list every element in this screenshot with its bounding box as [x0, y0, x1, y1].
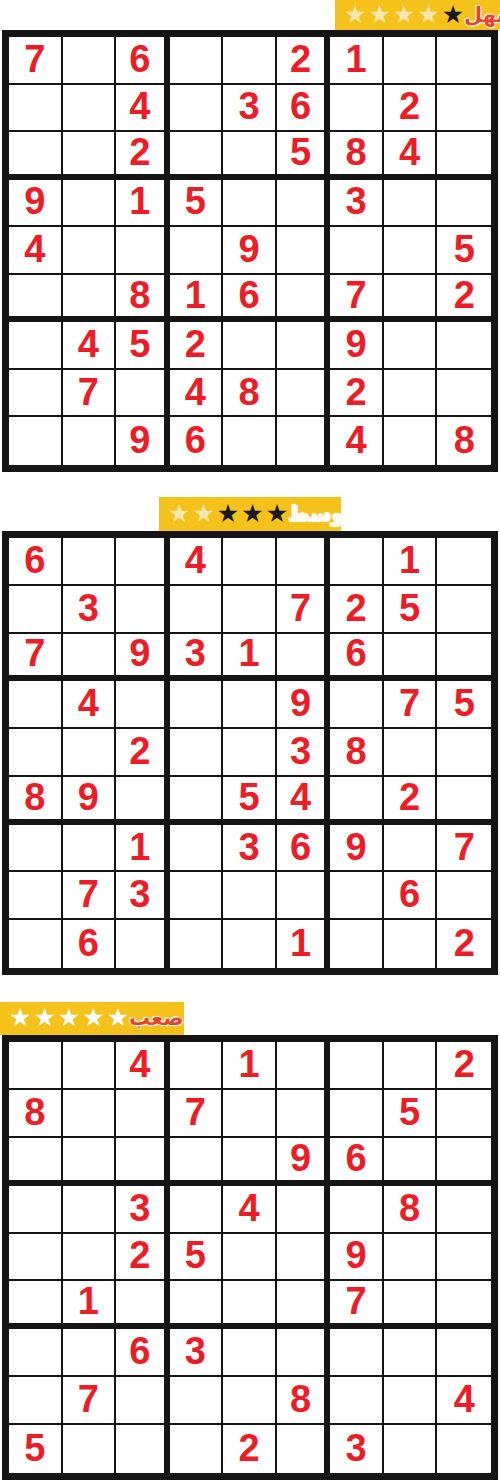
difficulty-stars: ★★★★★ — [344, 3, 464, 28]
cell-r2c8[interactable]: 5 — [384, 586, 438, 634]
cell-r7c8[interactable] — [384, 322, 438, 370]
cell-r3c8[interactable] — [384, 634, 438, 682]
cell-r3c7[interactable]: 6 — [330, 634, 384, 682]
cell-r9c6[interactable] — [277, 417, 331, 465]
cell-r8c4[interactable]: 4 — [170, 370, 224, 418]
cell-r6c1[interactable] — [9, 275, 63, 323]
cell-r3c4[interactable] — [170, 1138, 224, 1186]
cell-r7c2[interactable] — [63, 825, 117, 873]
cell-r9c5[interactable] — [223, 920, 277, 968]
cell-r3c2[interactable] — [63, 1138, 117, 1186]
cell-r9c4[interactable]: 6 — [170, 417, 224, 465]
cell-r5c7[interactable]: 8 — [330, 729, 384, 777]
cell-r1c3[interactable]: 4 — [116, 1042, 170, 1090]
spacer — [0, 975, 500, 1002]
cell-r1c2[interactable] — [63, 1042, 117, 1090]
cell-r7c4[interactable]: 2 — [170, 322, 224, 370]
cell-r6c2[interactable] — [63, 275, 117, 323]
cell-r8c3[interactable] — [116, 1377, 170, 1425]
cell-r9c7[interactable]: 4 — [330, 417, 384, 465]
cell-r8c6[interactable] — [277, 370, 331, 418]
cell-r5c5[interactable] — [223, 1234, 277, 1282]
cell-r8c2[interactable]: 7 — [63, 370, 117, 418]
cell-r5c3[interactable]: 2 — [116, 1234, 170, 1282]
cell-r2c6[interactable]: 7 — [277, 586, 331, 634]
cell-r4c9[interactable] — [437, 180, 491, 228]
cell-r2c4[interactable] — [170, 586, 224, 634]
cell-r1c1[interactable]: 7 — [9, 37, 63, 85]
star-icon: ★ — [168, 501, 190, 526]
cell-r6c9[interactable] — [437, 777, 491, 825]
cell-r8c8[interactable]: 6 — [384, 872, 438, 920]
cell-r7c2[interactable]: 4 — [63, 322, 117, 370]
cell-r1c5[interactable] — [223, 538, 277, 586]
cell-r9c2[interactable] — [63, 1425, 117, 1473]
sudoku-section-medium: ★★★★★ وسط 641372579316497523889542136977… — [0, 497, 500, 975]
cell-r9c2[interactable]: 6 — [63, 920, 117, 968]
cell-r5c5[interactable] — [223, 729, 277, 777]
cell-r2c9[interactable] — [437, 1090, 491, 1138]
cell-r7c9[interactable] — [437, 322, 491, 370]
cell-r5c4[interactable]: 5 — [170, 1234, 224, 1282]
difficulty-stars: ★★★★★ — [168, 502, 288, 527]
cell-r9c6[interactable] — [277, 1425, 331, 1473]
cell-r3c6[interactable]: 5 — [277, 132, 331, 180]
cell-r7c3[interactable]: 6 — [116, 1329, 170, 1377]
cell-r4c7[interactable] — [330, 1186, 384, 1234]
cell-r1c9[interactable] — [437, 37, 491, 85]
star-icon: ★ — [417, 2, 439, 27]
cell-r7c3[interactable]: 5 — [116, 322, 170, 370]
cell-r9c8[interactable] — [384, 1425, 438, 1473]
cell-r6c5[interactable]: 5 — [223, 777, 277, 825]
difficulty-banner-hard: ★★★★★ صعب — [0, 1002, 184, 1035]
cell-r8c1[interactable] — [9, 370, 63, 418]
cell-r2c9[interactable] — [437, 85, 491, 133]
cell-r1c6[interactable] — [277, 538, 331, 586]
cell-r4c8[interactable] — [384, 180, 438, 228]
cell-r4c9[interactable]: 5 — [437, 681, 491, 729]
cell-r4c8[interactable]: 7 — [384, 681, 438, 729]
cell-r7c7[interactable] — [330, 1329, 384, 1377]
cell-r7c5[interactable]: 3 — [223, 825, 277, 873]
cell-r9c4[interactable] — [170, 920, 224, 968]
banner-row-medium: ★★★★★ وسط — [0, 497, 500, 531]
cell-r6c6[interactable] — [277, 1281, 331, 1329]
cell-r5c6[interactable]: 3 — [277, 729, 331, 777]
cell-r3c2[interactable] — [63, 132, 117, 180]
cell-r9c8[interactable] — [384, 417, 438, 465]
star-icon: ★ — [192, 501, 214, 526]
banner-row-easy: ★★★★★ سهل — [0, 0, 500, 30]
cell-r3c9[interactable] — [437, 132, 491, 180]
cell-r8c2[interactable]: 7 — [63, 1377, 117, 1425]
sudoku-section-hard: ★★★★★ صعب 412875963482591763784523 — [0, 1002, 500, 1480]
cell-r7c9[interactable] — [437, 1329, 491, 1377]
cell-r4c5[interactable] — [223, 180, 277, 228]
cell-r9c7[interactable]: 3 — [330, 1425, 384, 1473]
cell-r2c3[interactable] — [116, 1090, 170, 1138]
star-icon: ★ — [393, 2, 415, 27]
cell-r8c1[interactable] — [9, 872, 63, 920]
cell-r4c3[interactable]: 3 — [116, 1186, 170, 1234]
cell-r3c8[interactable] — [384, 1138, 438, 1186]
cell-r7c1[interactable] — [9, 322, 63, 370]
cell-r9c3[interactable]: 9 — [116, 417, 170, 465]
cell-r3c3[interactable] — [116, 1138, 170, 1186]
cell-r4c6[interactable]: 9 — [277, 681, 331, 729]
cell-r5c1[interactable] — [9, 729, 63, 777]
cell-r8c2[interactable]: 7 — [63, 872, 117, 920]
cell-r5c2[interactable] — [63, 1234, 117, 1282]
cell-r1c2[interactable] — [63, 538, 117, 586]
cell-r8c8[interactable] — [384, 1377, 438, 1425]
cell-r1c9[interactable] — [437, 538, 491, 586]
cell-r9c7[interactable] — [330, 920, 384, 968]
star-icon: ★ — [58, 1005, 80, 1030]
cell-r9c4[interactable] — [170, 1425, 224, 1473]
cell-r9c1[interactable] — [9, 920, 63, 968]
star-icon: ★ — [368, 2, 390, 27]
cell-r5c7[interactable]: 9 — [330, 1234, 384, 1282]
cell-r7c4[interactable]: 3 — [170, 1329, 224, 1377]
cell-r3c1[interactable] — [9, 1138, 63, 1186]
cell-r4c4[interactable] — [170, 681, 224, 729]
cell-r4c6[interactable] — [277, 180, 331, 228]
cell-r8c5[interactable]: 8 — [223, 370, 277, 418]
cell-r7c1[interactable] — [9, 825, 63, 873]
cell-r5c1[interactable]: 4 — [9, 227, 63, 275]
cell-r5c8[interactable] — [384, 729, 438, 777]
cell-r1c4[interactable]: 4 — [170, 538, 224, 586]
cell-r1c5[interactable]: 1 — [223, 1042, 277, 1090]
cell-r8c3[interactable]: 3 — [116, 872, 170, 920]
cell-r2c2[interactable] — [63, 1090, 117, 1138]
cell-r5c7[interactable] — [330, 227, 384, 275]
difficulty-label: سهل — [464, 5, 500, 26]
cell-r9c5[interactable]: 2 — [223, 1425, 277, 1473]
sudoku-grid-medium: 64137257931649752388954213697736612 — [2, 531, 498, 975]
sudoku-grid-easy: 762143622584915349581672452974829648 — [2, 30, 498, 472]
cell-r4c5[interactable] — [223, 681, 277, 729]
cell-r5c2[interactable] — [63, 729, 117, 777]
cell-r1c1[interactable] — [9, 1042, 63, 1090]
sudoku-grid-hard: 412875963482591763784523 — [2, 1035, 498, 1480]
cell-r9c3[interactable] — [116, 920, 170, 968]
cell-r2c7[interactable] — [330, 1090, 384, 1138]
sudoku-section-easy: ★★★★★ سهل 762143622584915349581672452974… — [0, 0, 500, 472]
cell-r7c7[interactable]: 9 — [330, 825, 384, 873]
cell-r4c7[interactable]: 3 — [330, 180, 384, 228]
cell-r4c5[interactable]: 4 — [223, 1186, 277, 1234]
cell-r7c1[interactable] — [9, 1329, 63, 1377]
cell-r7c7[interactable]: 9 — [330, 322, 384, 370]
cell-r2c3[interactable]: 4 — [116, 85, 170, 133]
star-icon: ★ — [82, 1005, 104, 1030]
cell-r9c3[interactable] — [116, 1425, 170, 1473]
cell-r4c1[interactable] — [9, 681, 63, 729]
cell-r1c7[interactable] — [330, 538, 384, 586]
cell-r5c3[interactable]: 2 — [116, 729, 170, 777]
cell-r6c7[interactable] — [330, 777, 384, 825]
cell-r4c2[interactable] — [63, 180, 117, 228]
cell-r4c3[interactable] — [116, 681, 170, 729]
cell-r1c3[interactable]: 6 — [116, 37, 170, 85]
cell-r2c1[interactable] — [9, 85, 63, 133]
cell-r8c9[interactable] — [437, 872, 491, 920]
cell-r7c8[interactable] — [384, 1329, 438, 1377]
cell-r7c4[interactable] — [170, 825, 224, 873]
cell-r2c2[interactable]: 3 — [63, 586, 117, 634]
cell-r6c1[interactable] — [9, 1281, 63, 1329]
cell-r5c9[interactable]: 5 — [437, 227, 491, 275]
cell-r5c6[interactable] — [277, 1234, 331, 1282]
cell-r6c6[interactable]: 4 — [277, 777, 331, 825]
cell-r1c3[interactable] — [116, 538, 170, 586]
cell-r3c2[interactable] — [63, 634, 117, 682]
cell-r2c6[interactable] — [277, 1090, 331, 1138]
cell-r3c5[interactable] — [223, 1138, 277, 1186]
cell-r9c6[interactable]: 1 — [277, 920, 331, 968]
cell-r7c6[interactable]: 6 — [277, 825, 331, 873]
cell-r7c6[interactable] — [277, 1329, 331, 1377]
cell-r5c9[interactable] — [437, 729, 491, 777]
cell-r4c1[interactable]: 9 — [9, 180, 63, 228]
cell-r4c8[interactable]: 8 — [384, 1186, 438, 1234]
cell-r3c8[interactable]: 4 — [384, 132, 438, 180]
cell-r6c6[interactable] — [277, 275, 331, 323]
cell-r2c5[interactable] — [223, 1090, 277, 1138]
cell-r1c8[interactable]: 1 — [384, 538, 438, 586]
cell-r1c6[interactable] — [277, 1042, 331, 1090]
spacer — [0, 472, 500, 497]
cell-r2c2[interactable] — [63, 85, 117, 133]
difficulty-banner-medium: ★★★★★ وسط — [159, 497, 341, 531]
cell-r3c7[interactable]: 6 — [330, 1138, 384, 1186]
cell-r6c8[interactable]: 2 — [384, 777, 438, 825]
cell-r3c3[interactable]: 2 — [116, 132, 170, 180]
cell-r1c7[interactable] — [330, 1042, 384, 1090]
cell-r2c8[interactable]: 5 — [384, 1090, 438, 1138]
cell-r3c4[interactable] — [170, 132, 224, 180]
cell-r6c7[interactable]: 7 — [330, 275, 384, 323]
cell-r8c7[interactable] — [330, 872, 384, 920]
star-icon: ★ — [266, 501, 288, 526]
cell-r7c5[interactable] — [223, 322, 277, 370]
cell-r8c4[interactable] — [170, 1377, 224, 1425]
cell-r3c9[interactable] — [437, 634, 491, 682]
cell-r2c6[interactable]: 6 — [277, 85, 331, 133]
cell-r2c1[interactable]: 8 — [9, 1090, 63, 1138]
cell-r9c1[interactable]: 5 — [9, 1425, 63, 1473]
cell-r8c6[interactable]: 8 — [277, 1377, 331, 1425]
cell-r5c8[interactable] — [384, 227, 438, 275]
cell-r2c7[interactable] — [330, 85, 384, 133]
cell-r8c1[interactable] — [9, 1377, 63, 1425]
cell-r9c9[interactable]: 8 — [437, 417, 491, 465]
cell-r6c4[interactable] — [170, 1281, 224, 1329]
cell-r9c9[interactable] — [437, 1425, 491, 1473]
cell-r2c4[interactable]: 7 — [170, 1090, 224, 1138]
cell-r5c4[interactable] — [170, 729, 224, 777]
cell-r6c5[interactable] — [223, 1281, 277, 1329]
cell-r9c1[interactable] — [9, 417, 63, 465]
cell-r1c7[interactable]: 1 — [330, 37, 384, 85]
star-icon: ★ — [344, 2, 366, 27]
cell-r4c2[interactable] — [63, 1186, 117, 1234]
cell-r8c9[interactable]: 4 — [437, 1377, 491, 1425]
difficulty-stars: ★★★★★ — [9, 1006, 129, 1031]
cell-r6c4[interactable]: 1 — [170, 275, 224, 323]
cell-r3c5[interactable]: 1 — [223, 634, 277, 682]
cell-r6c1[interactable]: 8 — [9, 777, 63, 825]
cell-r6c3[interactable]: 8 — [116, 275, 170, 323]
banner-row-hard: ★★★★★ صعب — [0, 1002, 500, 1035]
difficulty-label: صعب — [129, 1008, 183, 1029]
cell-r1c9[interactable]: 2 — [437, 1042, 491, 1090]
cell-r6c9[interactable]: 2 — [437, 275, 491, 323]
cell-r7c9[interactable]: 7 — [437, 825, 491, 873]
cell-r7c2[interactable] — [63, 1329, 117, 1377]
star-icon: ★ — [107, 1005, 129, 1030]
cell-r8c4[interactable] — [170, 872, 224, 920]
cell-r5c1[interactable] — [9, 1234, 63, 1282]
cell-r1c4[interactable] — [170, 1042, 224, 1090]
cell-r9c8[interactable] — [384, 920, 438, 968]
cell-r4c3[interactable]: 1 — [116, 180, 170, 228]
cell-r2c1[interactable] — [9, 586, 63, 634]
cell-r5c8[interactable] — [384, 1234, 438, 1282]
cell-r4c4[interactable] — [170, 1186, 224, 1234]
cell-r8c6[interactable] — [277, 872, 331, 920]
cell-r6c5[interactable]: 6 — [223, 275, 277, 323]
cell-r6c3[interactable] — [116, 777, 170, 825]
cell-r3c9[interactable] — [437, 1138, 491, 1186]
cell-r4c1[interactable] — [9, 1186, 63, 1234]
cell-r6c8[interactable] — [384, 1281, 438, 1329]
cell-r6c4[interactable] — [170, 777, 224, 825]
star-icon: ★ — [241, 501, 263, 526]
cell-r1c5[interactable] — [223, 37, 277, 85]
cell-r1c4[interactable] — [170, 37, 224, 85]
cell-r6c3[interactable] — [116, 1281, 170, 1329]
cell-r5c2[interactable] — [63, 227, 117, 275]
cell-r7c5[interactable] — [223, 1329, 277, 1377]
cell-r8c5[interactable] — [223, 872, 277, 920]
cell-r4c9[interactable] — [437, 1186, 491, 1234]
cell-r2c8[interactable]: 2 — [384, 85, 438, 133]
cell-r1c8[interactable] — [384, 1042, 438, 1090]
cell-r7c3[interactable]: 1 — [116, 825, 170, 873]
cell-r6c8[interactable] — [384, 275, 438, 323]
cell-r2c9[interactable] — [437, 586, 491, 634]
cell-r8c5[interactable] — [223, 1377, 277, 1425]
cell-r4c4[interactable]: 5 — [170, 180, 224, 228]
cell-r8c9[interactable] — [437, 370, 491, 418]
cell-r8c7[interactable]: 2 — [330, 370, 384, 418]
cell-r5c4[interactable] — [170, 227, 224, 275]
star-icon: ★ — [9, 1005, 31, 1030]
cell-r1c2[interactable] — [63, 37, 117, 85]
cell-r6c2[interactable]: 1 — [63, 1281, 117, 1329]
difficulty-label: وسط — [288, 504, 344, 525]
cell-r3c6[interactable]: 9 — [277, 1138, 331, 1186]
cell-r6c2[interactable]: 9 — [63, 777, 117, 825]
cell-r2c5[interactable] — [223, 586, 277, 634]
cell-r2c3[interactable] — [116, 586, 170, 634]
cell-r9c2[interactable] — [63, 417, 117, 465]
cell-r5c3[interactable] — [116, 227, 170, 275]
cell-r9c9[interactable]: 2 — [437, 920, 491, 968]
cell-r5c9[interactable] — [437, 1234, 491, 1282]
cell-r2c4[interactable] — [170, 85, 224, 133]
cell-r3c1[interactable] — [9, 132, 63, 180]
cell-r5c6[interactable] — [277, 227, 331, 275]
cell-r3c4[interactable]: 3 — [170, 634, 224, 682]
cell-r3c5[interactable] — [223, 132, 277, 180]
cell-r3c1[interactable]: 7 — [9, 634, 63, 682]
cell-r1c1[interactable]: 6 — [9, 538, 63, 586]
cell-r9c5[interactable] — [223, 417, 277, 465]
cell-r8c8[interactable] — [384, 370, 438, 418]
cell-r8c7[interactable] — [330, 1377, 384, 1425]
cell-r6c9[interactable] — [437, 1281, 491, 1329]
cell-r4c2[interactable]: 4 — [63, 681, 117, 729]
cell-r7c8[interactable] — [384, 825, 438, 873]
cell-r5c5[interactable]: 9 — [223, 227, 277, 275]
cell-r1c8[interactable] — [384, 37, 438, 85]
star-icon: ★ — [217, 501, 239, 526]
difficulty-banner-easy: ★★★★★ سهل — [335, 0, 500, 30]
cell-r8c3[interactable] — [116, 370, 170, 418]
cell-r4c6[interactable] — [277, 1186, 331, 1234]
cell-r2c5[interactable]: 3 — [223, 85, 277, 133]
cell-r3c3[interactable]: 9 — [116, 634, 170, 682]
cell-r4c7[interactable] — [330, 681, 384, 729]
cell-r6c7[interactable]: 7 — [330, 1281, 384, 1329]
star-icon: ★ — [442, 2, 464, 27]
cell-r3c7[interactable]: 8 — [330, 132, 384, 180]
cell-r1c6[interactable]: 2 — [277, 37, 331, 85]
star-icon: ★ — [33, 1005, 55, 1030]
cell-r7c6[interactable] — [277, 322, 331, 370]
cell-r3c6[interactable] — [277, 634, 331, 682]
cell-r2c7[interactable]: 2 — [330, 586, 384, 634]
